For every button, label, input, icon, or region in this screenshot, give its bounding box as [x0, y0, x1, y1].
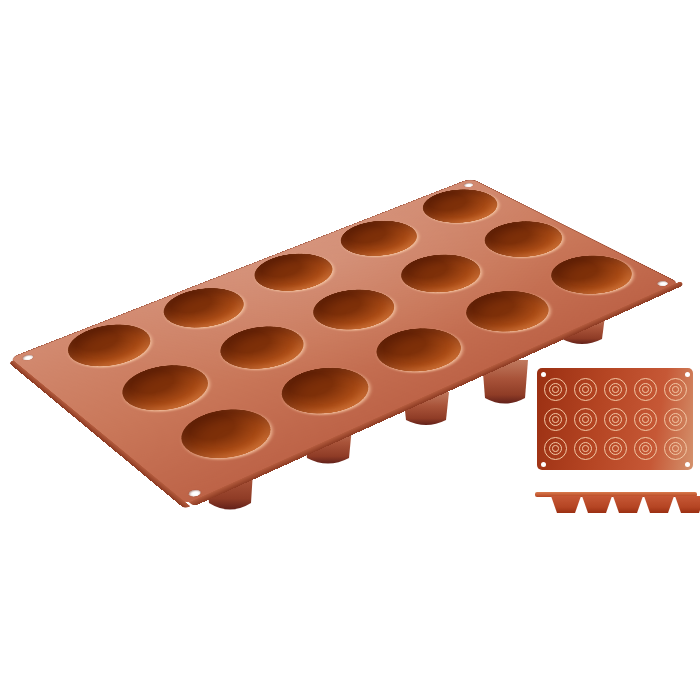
inset-top-view — [537, 368, 693, 470]
mold-cavity — [265, 359, 385, 424]
inset-cavity-ring-inner — [672, 445, 679, 452]
inset-side-cup — [613, 496, 643, 513]
inset-cavity-ring — [634, 437, 657, 460]
inset-cavity-ring — [664, 378, 687, 401]
inset-cavity-ring — [604, 408, 627, 431]
inset-cavity-ring — [574, 408, 597, 431]
mold-cavity — [165, 400, 288, 469]
mold-cavity — [107, 356, 224, 420]
inset-cavity-ring-inner — [612, 386, 619, 393]
mold-cavity — [298, 282, 411, 338]
inset-cavity-ring-inner — [642, 416, 649, 423]
inset-cavity-ring-inner — [642, 386, 649, 393]
product-photo — [0, 0, 700, 700]
inset-cavity-ring — [604, 437, 627, 460]
inset-cavity-ring-inner — [612, 416, 619, 423]
inset-cavity-ring — [634, 378, 657, 401]
corner-hole — [461, 182, 474, 188]
inset-cavity-ring — [544, 437, 567, 460]
inset-cavity-ring-inner — [552, 445, 559, 452]
mold-cavity — [360, 320, 478, 381]
inset-cavity-ring-inner — [612, 445, 619, 452]
inset-cavity-ring-inner — [582, 445, 589, 452]
inset-side-view — [535, 492, 697, 515]
mold-cavity — [386, 247, 497, 300]
inset-cavity-ring-inner — [582, 386, 589, 393]
inset-side-cup — [551, 496, 581, 513]
inset-corner-hole — [685, 462, 690, 467]
inset-cavity-ring — [604, 378, 627, 401]
inset-cavity-ring — [544, 408, 567, 431]
inset-cavity-ring — [664, 437, 687, 460]
inset-side-cup — [675, 496, 700, 513]
inset-cavity-ring — [574, 437, 597, 460]
inset-cavity-ring-inner — [552, 386, 559, 393]
inset-cavity-ring-inner — [672, 416, 679, 423]
inset-cavity-ring-inner — [642, 445, 649, 452]
inset-cavity-ring-inner — [552, 416, 559, 423]
inset-corner-hole — [541, 372, 546, 377]
inset-side-cup — [644, 496, 674, 513]
inset-corner-hole — [541, 462, 546, 467]
inset-cavity-ring-inner — [672, 386, 679, 393]
inset-corner-hole — [685, 372, 690, 377]
inset-cavity-ring — [544, 378, 567, 401]
mold-cavity — [205, 318, 320, 378]
inset-side-cup — [582, 496, 612, 513]
inset-cavity-ring-inner — [582, 416, 589, 423]
mold-cavity — [450, 283, 566, 340]
corner-hole — [20, 354, 34, 362]
inset-cavity-ring — [574, 378, 597, 401]
inset-cavity-ring — [664, 408, 687, 431]
inset-cavity-ring — [634, 408, 657, 431]
